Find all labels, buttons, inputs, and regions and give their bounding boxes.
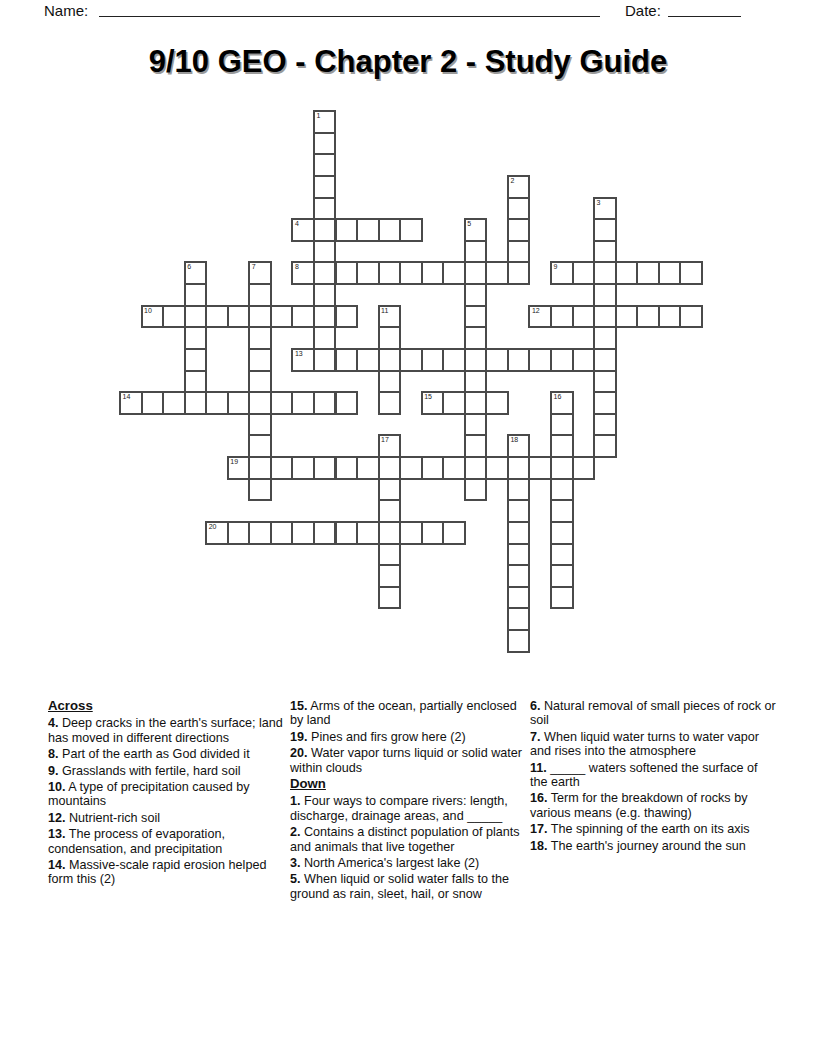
clue-text: North America's largest lake (2) xyxy=(301,856,480,870)
clue-item: 2. Contains a distinct population of pla… xyxy=(290,825,528,854)
grid-cell[interactable]: 13 xyxy=(291,348,315,372)
grid-cell[interactable] xyxy=(378,521,402,545)
grid-cell[interactable] xyxy=(313,348,337,372)
grid-cell[interactable] xyxy=(507,543,531,567)
grid-cell[interactable] xyxy=(572,261,596,285)
grid-cell[interactable] xyxy=(248,478,272,502)
grid-cell[interactable] xyxy=(378,499,402,523)
grid-cell[interactable] xyxy=(593,370,617,394)
grid-cell[interactable] xyxy=(442,261,466,285)
grid-cell[interactable] xyxy=(550,456,574,480)
grid-cell[interactable] xyxy=(572,348,596,372)
grid-cell[interactable] xyxy=(421,348,445,372)
grid-cell[interactable] xyxy=(313,305,337,329)
grid-cell[interactable]: 20 xyxy=(205,521,229,545)
clue-number: 11. xyxy=(530,761,547,775)
cell-number: 6 xyxy=(187,263,191,271)
clue-item: 5. When liquid or solid water falls to t… xyxy=(290,872,528,901)
grid-cell[interactable] xyxy=(593,348,617,372)
clue-item: 3. North America's largest lake (2) xyxy=(290,856,528,870)
page-title: 9/10 GEO - Chapter 2 - Study Guide xyxy=(0,44,816,80)
clue-number: 5. xyxy=(290,872,301,886)
clue-text: The spinning of the earth on its axis xyxy=(548,822,750,836)
grid-cell[interactable] xyxy=(184,283,208,307)
clue-item: 9. Grasslands with fertile, hard soil xyxy=(48,764,288,778)
grid-cell[interactable] xyxy=(507,456,531,480)
cell-number: 3 xyxy=(597,199,601,207)
grid-cell[interactable] xyxy=(658,305,682,329)
grid-cell[interactable]: 7 xyxy=(248,261,272,285)
grid-cell[interactable]: 12 xyxy=(528,305,552,329)
grid-cell[interactable] xyxy=(485,456,509,480)
clue-item: 4. Deep cracks in the earth's surface; l… xyxy=(48,716,288,745)
cell-number: 7 xyxy=(252,263,256,271)
grid-cell[interactable] xyxy=(507,521,531,545)
grid-cell[interactable] xyxy=(507,197,531,221)
clue-text: When liquid water turns to water vapor a… xyxy=(530,730,759,758)
clue-text: Massive-scale rapid erosion helped form … xyxy=(48,858,266,886)
clue-text: Deep cracks in the earth's surface; land… xyxy=(48,716,283,744)
grid-cell[interactable] xyxy=(485,348,509,372)
grid-cell[interactable] xyxy=(550,564,574,588)
grid-cell[interactable] xyxy=(550,434,574,458)
clue-item: 10. A type of precipitation caused by mo… xyxy=(48,780,288,809)
name-label: Name: xyxy=(44,2,88,19)
clue-number: 13. xyxy=(48,827,66,841)
grid-cell[interactable] xyxy=(248,413,272,437)
grid-cell[interactable] xyxy=(378,326,402,350)
grid-cell[interactable] xyxy=(378,391,402,415)
grid-cell[interactable] xyxy=(313,326,337,350)
grid-cell[interactable] xyxy=(679,261,703,285)
clue-item: 11. _____ waters softened the surface of… xyxy=(530,761,778,790)
grid-cell[interactable] xyxy=(593,283,617,307)
grid-cell[interactable] xyxy=(593,434,617,458)
clue-number: 9. xyxy=(48,764,59,778)
grid-cell[interactable] xyxy=(658,261,682,285)
clue-text: Four ways to compare rivers: length, dis… xyxy=(290,794,508,822)
grid-cell[interactable] xyxy=(464,434,488,458)
clue-number: 18. xyxy=(530,839,548,853)
grid-cell[interactable] xyxy=(442,456,466,480)
grid-cell[interactable] xyxy=(507,348,531,372)
grid-cell[interactable] xyxy=(399,218,423,242)
grid-cell[interactable] xyxy=(313,240,337,264)
grid-cell[interactable] xyxy=(184,305,208,329)
grid-cell[interactable] xyxy=(528,456,552,480)
grid-cell[interactable] xyxy=(270,305,294,329)
grid-cell[interactable] xyxy=(378,370,402,394)
clue-number: 2. xyxy=(290,825,301,839)
grid-cell[interactable] xyxy=(313,175,337,199)
grid-cell[interactable] xyxy=(248,370,272,394)
grid-cell[interactable]: 15 xyxy=(421,391,445,415)
clue-number: 15. xyxy=(290,699,308,713)
grid-cell[interactable] xyxy=(248,521,272,545)
clue-text: Contains a distinct population of plants… xyxy=(290,825,520,853)
grid-cell[interactable] xyxy=(507,218,531,242)
grid-cell[interactable] xyxy=(291,456,315,480)
grid-cell[interactable] xyxy=(421,261,445,285)
grid-cell[interactable]: 8 xyxy=(291,261,315,285)
grid-cell[interactable] xyxy=(464,240,488,264)
cell-number: 9 xyxy=(554,263,558,271)
cell-number: 16 xyxy=(554,393,562,401)
grid-cell[interactable] xyxy=(335,391,359,415)
cell-number: 10 xyxy=(144,307,152,315)
name-blank-line[interactable] xyxy=(99,2,600,17)
clue-number: 16. xyxy=(530,791,548,805)
clue-number: 12. xyxy=(48,811,66,825)
grid-cell[interactable] xyxy=(507,607,531,631)
grid-cell[interactable]: 10 xyxy=(141,305,165,329)
grid-cell[interactable] xyxy=(313,456,337,480)
grid-cell[interactable] xyxy=(421,456,445,480)
cell-number: 11 xyxy=(381,307,388,315)
grid-cell[interactable]: 6 xyxy=(184,261,208,285)
grid-cell[interactable] xyxy=(399,521,423,545)
clue-column-1: Across4. Deep cracks in the earth's surf… xyxy=(48,699,288,889)
grid-cell[interactable] xyxy=(356,261,380,285)
clue-text: Water vapor turns liquid or solid water … xyxy=(290,746,522,774)
clue-text: The earth's journey around the sun xyxy=(548,839,746,853)
grid-cell[interactable] xyxy=(378,218,402,242)
grid-cell[interactable]: 14 xyxy=(119,391,143,415)
grid-cell[interactable] xyxy=(464,478,488,502)
grid-cell[interactable] xyxy=(464,413,488,437)
grid-cell[interactable] xyxy=(464,326,488,350)
grid-cell[interactable] xyxy=(378,543,402,567)
clues-heading-down: Down xyxy=(290,777,528,791)
clue-column-3: 6. Natural removal of small pieces of ro… xyxy=(530,699,778,855)
clue-text: Nutrient-rich soil xyxy=(66,811,160,825)
grid-cell[interactable] xyxy=(378,478,402,502)
clue-text: Pines and firs grow here (2) xyxy=(308,730,466,744)
grid-cell[interactable] xyxy=(507,478,531,502)
clue-item: 14. Massive-scale rapid erosion helped f… xyxy=(48,858,288,887)
clue-item: 1. Four ways to compare rivers: length, … xyxy=(290,794,528,823)
grid-cell[interactable] xyxy=(184,391,208,415)
grid-cell[interactable] xyxy=(335,456,359,480)
grid-cell[interactable] xyxy=(464,391,488,415)
grid-cell[interactable] xyxy=(550,413,574,437)
cell-number: 20 xyxy=(209,523,217,531)
cell-number: 14 xyxy=(123,393,131,401)
grid-cell[interactable] xyxy=(313,132,337,156)
clue-text: A type of precipitation caused by mounta… xyxy=(48,780,250,808)
grid-cell[interactable] xyxy=(507,629,531,653)
grid-cell[interactable] xyxy=(270,521,294,545)
clue-column-2: 15. Arms of the ocean, partially enclose… xyxy=(290,699,528,903)
grid-cell[interactable] xyxy=(335,348,359,372)
cell-number: 2 xyxy=(510,177,514,185)
clue-text: Term for the breakdown of rocks by vario… xyxy=(530,791,747,819)
grid-cell[interactable] xyxy=(636,305,660,329)
clues-heading-across: Across xyxy=(48,699,288,713)
clue-item: 6. Natural removal of small pieces of ro… xyxy=(530,699,778,728)
clue-item: 12. Nutrient-rich soil xyxy=(48,811,288,825)
grid-cell[interactable] xyxy=(291,391,315,415)
grid-cell[interactable] xyxy=(356,348,380,372)
clue-text: Natural removal of small pieces of rock … xyxy=(530,699,776,727)
grid-cell[interactable]: 19 xyxy=(227,456,251,480)
clue-number: 7. xyxy=(530,730,541,744)
clue-item: 16. Term for the breakdown of rocks by v… xyxy=(530,791,778,820)
grid-cell[interactable]: 1 xyxy=(313,110,337,134)
grid-cell[interactable] xyxy=(550,521,574,545)
grid-cell[interactable] xyxy=(184,370,208,394)
grid-cell[interactable] xyxy=(378,586,402,610)
cell-number: 8 xyxy=(295,263,299,271)
grid-cell[interactable] xyxy=(227,391,251,415)
grid-cell[interactable]: 17 xyxy=(378,434,402,458)
grid-cell[interactable] xyxy=(248,283,272,307)
grid-cell[interactable] xyxy=(227,305,251,329)
grid-cell[interactable]: 16 xyxy=(550,391,574,415)
grid-cell[interactable] xyxy=(248,434,272,458)
grid-cell[interactable] xyxy=(442,348,466,372)
grid-cell[interactable] xyxy=(270,391,294,415)
grid-cell[interactable] xyxy=(141,391,165,415)
grid-cell[interactable] xyxy=(291,521,315,545)
clue-number: 19. xyxy=(290,730,308,744)
clue-number: 4. xyxy=(48,716,59,730)
clue-number: 6. xyxy=(530,699,541,713)
grid-cell[interactable] xyxy=(184,326,208,350)
grid-cell[interactable] xyxy=(593,326,617,350)
grid-cell[interactable] xyxy=(615,305,639,329)
grid-cell[interactable] xyxy=(572,456,596,480)
cell-number: 13 xyxy=(295,350,303,358)
grid-cell[interactable] xyxy=(615,261,639,285)
grid-cell[interactable] xyxy=(593,391,617,415)
cell-number: 17 xyxy=(381,436,389,444)
grid-cell[interactable] xyxy=(442,521,466,545)
grid-cell[interactable] xyxy=(464,283,488,307)
grid-cell[interactable]: 2 xyxy=(507,175,531,199)
clue-item: 8. Part of the earth as God divided it xyxy=(48,747,288,761)
grid-cell[interactable] xyxy=(572,305,596,329)
grid-cell[interactable] xyxy=(399,456,423,480)
clue-item: 13. The process of evaporation, condensa… xyxy=(48,827,288,856)
grid-cell[interactable] xyxy=(464,456,488,480)
grid-cell[interactable] xyxy=(507,499,531,523)
grid-cell[interactable] xyxy=(313,283,337,307)
clue-text: When liquid or solid water falls to the … xyxy=(290,872,509,900)
grid-cell[interactable] xyxy=(291,305,315,329)
grid-cell[interactable] xyxy=(399,261,423,285)
grid-cell[interactable] xyxy=(335,218,359,242)
grid-cell[interactable] xyxy=(356,521,380,545)
worksheet-page: Name: Date: 9/10 GEO - Chapter 2 - Study… xyxy=(0,0,816,1056)
grid-cell[interactable] xyxy=(507,564,531,588)
clue-number: 14. xyxy=(48,858,66,872)
grid-cell[interactable] xyxy=(550,543,574,567)
cell-number: 15 xyxy=(424,393,432,401)
grid-cell[interactable] xyxy=(313,261,337,285)
grid-cell[interactable] xyxy=(378,564,402,588)
grid-cell[interactable] xyxy=(464,370,488,394)
clue-number: 20. xyxy=(290,746,308,760)
grid-cell[interactable] xyxy=(485,261,509,285)
grid-cell[interactable] xyxy=(313,391,337,415)
grid-cell[interactable] xyxy=(248,456,272,480)
grid-cell[interactable]: 5 xyxy=(464,218,488,242)
clue-item: 15. Arms of the ocean, partially enclose… xyxy=(290,699,528,728)
clue-number: 8. xyxy=(48,747,59,761)
grid-cell[interactable] xyxy=(636,261,660,285)
clue-item: 17. The spinning of the earth on its axi… xyxy=(530,822,778,836)
grid-cell[interactable] xyxy=(507,586,531,610)
grid-cell[interactable] xyxy=(593,218,617,242)
grid-cell[interactable] xyxy=(205,391,229,415)
clue-text: Part of the earth as God divided it xyxy=(59,747,250,761)
grid-cell[interactable] xyxy=(356,218,380,242)
grid-cell[interactable] xyxy=(184,348,208,372)
grid-cell[interactable] xyxy=(335,261,359,285)
grid-cell[interactable] xyxy=(442,391,466,415)
grid-cell[interactable] xyxy=(248,305,272,329)
grid-cell[interactable] xyxy=(464,305,488,329)
date-blank-line[interactable] xyxy=(668,2,741,17)
grid-cell[interactable] xyxy=(550,499,574,523)
grid-cell[interactable] xyxy=(679,305,703,329)
grid-cell[interactable]: 11 xyxy=(378,305,402,329)
grid-cell[interactable]: 18 xyxy=(507,434,531,458)
grid-cell[interactable] xyxy=(162,305,186,329)
grid-cell[interactable] xyxy=(550,586,574,610)
clue-number: 17. xyxy=(530,822,548,836)
grid-cell[interactable] xyxy=(205,305,229,329)
grid-cell[interactable] xyxy=(313,197,337,221)
grid-cell[interactable] xyxy=(507,240,531,264)
date-label: Date: xyxy=(625,2,661,19)
grid-cell[interactable] xyxy=(593,261,617,285)
grid-cell[interactable]: 3 xyxy=(593,197,617,221)
clue-number: 1. xyxy=(290,794,301,808)
grid-cell[interactable] xyxy=(507,261,531,285)
cell-number: 18 xyxy=(510,436,518,444)
grid-cell[interactable] xyxy=(378,261,402,285)
cell-number: 12 xyxy=(532,307,540,315)
grid-cell[interactable] xyxy=(378,456,402,480)
clue-number: 10. xyxy=(48,780,66,794)
grid-cell[interactable] xyxy=(464,348,488,372)
grid-cell[interactable]: 9 xyxy=(550,261,574,285)
grid-cell[interactable] xyxy=(464,261,488,285)
clue-item: 7. When liquid water turns to water vapo… xyxy=(530,730,778,759)
grid-cell[interactable] xyxy=(550,348,574,372)
cell-number: 1 xyxy=(316,112,320,120)
clue-text: Grasslands with fertile, hard soil xyxy=(59,764,241,778)
grid-cell[interactable] xyxy=(335,305,359,329)
grid-cell[interactable] xyxy=(550,305,574,329)
grid-cell[interactable] xyxy=(313,218,337,242)
grid-cell[interactable] xyxy=(593,413,617,437)
clue-item: 19. Pines and firs grow here (2) xyxy=(290,730,528,744)
grid-cell[interactable] xyxy=(313,153,337,177)
grid-cell[interactable] xyxy=(313,521,337,545)
grid-cell[interactable] xyxy=(378,348,402,372)
grid-cell[interactable] xyxy=(335,521,359,545)
grid-cell[interactable] xyxy=(248,348,272,372)
grid-cell[interactable] xyxy=(593,240,617,264)
clue-text: The process of evaporation, condensation… xyxy=(48,827,225,855)
clue-text: Arms of the ocean, partially enclosed by… xyxy=(290,699,517,727)
cell-number: 4 xyxy=(295,220,299,228)
clue-text: _____ waters softened the surface of the… xyxy=(530,761,758,789)
cell-number: 5 xyxy=(467,220,471,228)
cell-number: 19 xyxy=(230,458,238,466)
grid-cell[interactable] xyxy=(399,348,423,372)
grid-cell[interactable] xyxy=(356,456,380,480)
grid-cell[interactable] xyxy=(550,478,574,502)
grid-cell[interactable]: 4 xyxy=(291,218,315,242)
clue-item: 20. Water vapor turns liquid or solid wa… xyxy=(290,746,528,775)
clue-item: 18. The earth's journey around the sun xyxy=(530,839,778,853)
grid-cell[interactable] xyxy=(162,391,186,415)
grid-cell[interactable] xyxy=(248,391,272,415)
grid-cell[interactable] xyxy=(593,305,617,329)
grid-cell[interactable] xyxy=(485,391,509,415)
grid-cell[interactable] xyxy=(248,326,272,350)
grid-cell[interactable] xyxy=(227,521,251,545)
clue-number: 3. xyxy=(290,856,301,870)
grid-cell[interactable] xyxy=(270,456,294,480)
crossword-grid: 1234567891011121314151617181920 xyxy=(119,110,701,651)
grid-cell[interactable] xyxy=(421,521,445,545)
grid-cell[interactable] xyxy=(528,348,552,372)
